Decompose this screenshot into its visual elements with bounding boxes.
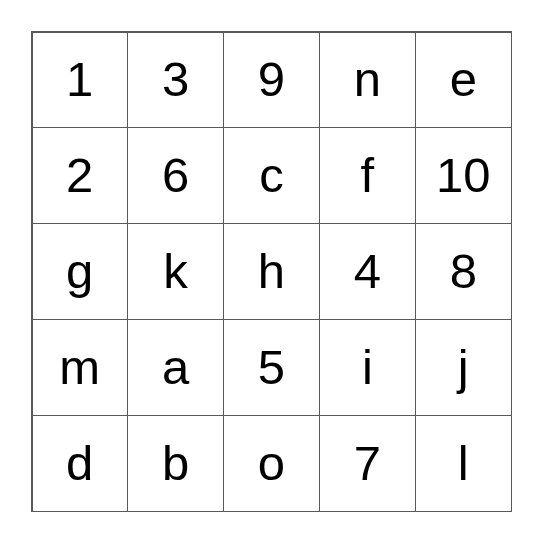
grid-cell[interactable]: h xyxy=(224,224,318,318)
grid-cell[interactable]: e xyxy=(416,33,510,127)
grid-cell[interactable]: 9 xyxy=(224,33,318,127)
grid-cell[interactable]: 5 xyxy=(224,320,318,414)
grid-cell[interactable]: o xyxy=(224,416,318,510)
grid-cell[interactable]: l xyxy=(416,416,510,510)
grid-cell[interactable]: 7 xyxy=(320,416,414,510)
grid-cell[interactable]: 3 xyxy=(128,33,222,127)
grid-cell[interactable]: d xyxy=(33,416,127,510)
grid-cell[interactable]: m xyxy=(33,320,127,414)
grid-cell[interactable]: j xyxy=(416,320,510,414)
grid-cell[interactable]: 6 xyxy=(128,128,222,222)
grid-cell[interactable]: a xyxy=(128,320,222,414)
grid-cell[interactable]: f xyxy=(320,128,414,222)
grid-cell[interactable]: 10 xyxy=(416,128,510,222)
grid-cell[interactable]: 2 xyxy=(33,128,127,222)
grid-cell[interactable]: 4 xyxy=(320,224,414,318)
grid-cell[interactable]: g xyxy=(33,224,127,318)
letter-number-grid: 139ne26cf10gkh48ma5ijdbo7l xyxy=(31,31,512,512)
grid-cell[interactable]: c xyxy=(224,128,318,222)
grid-cell[interactable]: 8 xyxy=(416,224,510,318)
grid-cell[interactable]: b xyxy=(128,416,222,510)
grid-cell[interactable]: i xyxy=(320,320,414,414)
board-container: 139ne26cf10gkh48ma5ijdbo7l xyxy=(31,31,512,512)
grid-cell[interactable]: k xyxy=(128,224,222,318)
grid-cell[interactable]: n xyxy=(320,33,414,127)
grid-cell[interactable]: 1 xyxy=(33,33,127,127)
